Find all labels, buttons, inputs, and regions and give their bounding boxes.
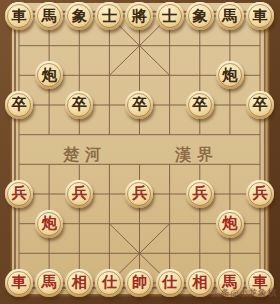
board-point[interactable] xyxy=(34,238,64,268)
board-point[interactable] xyxy=(4,149,34,179)
board-point[interactable] xyxy=(94,238,124,268)
board-point[interactable]: 卒 xyxy=(245,90,275,120)
piece-glyph: 象 xyxy=(192,8,207,23)
board-point[interactable] xyxy=(215,90,245,120)
board-point[interactable] xyxy=(185,238,215,268)
board-point[interactable]: 炮 xyxy=(215,61,245,91)
piece-glyph: 相 xyxy=(192,275,207,290)
board-point[interactable]: 士 xyxy=(155,1,185,31)
board-point[interactable] xyxy=(34,120,64,150)
red-general[interactable]: 帥 xyxy=(125,269,153,297)
board-point[interactable]: 士 xyxy=(94,1,124,31)
board-point[interactable]: 卒 xyxy=(64,90,94,120)
board-point[interactable] xyxy=(94,209,124,239)
board-point[interactable] xyxy=(215,238,245,268)
board-point[interactable]: 炮 xyxy=(34,61,64,91)
piece-glyph: 炮 xyxy=(222,216,237,231)
board-point[interactable]: 相 xyxy=(64,268,94,298)
black-elephant[interactable]: 象 xyxy=(186,2,214,30)
board-grid: 車馬象士將士象馬車炮炮卒卒卒卒卒兵兵兵兵兵炮炮車馬相仕帥仕相馬車 xyxy=(4,1,275,298)
black-soldier[interactable]: 卒 xyxy=(186,91,214,119)
board-point[interactable] xyxy=(94,120,124,150)
board-point[interactable] xyxy=(155,179,185,209)
red-soldier[interactable]: 兵 xyxy=(186,180,214,208)
board-point[interactable] xyxy=(185,31,215,61)
red-elephant[interactable]: 相 xyxy=(65,269,93,297)
board-point[interactable] xyxy=(64,31,94,61)
board-point[interactable] xyxy=(124,120,154,150)
board-point[interactable] xyxy=(64,238,94,268)
board-point[interactable]: 馬 xyxy=(34,1,64,31)
board-point[interactable] xyxy=(155,209,185,239)
piece-glyph: 象 xyxy=(72,8,87,23)
piece-glyph: 卒 xyxy=(252,97,267,112)
board-point[interactable] xyxy=(185,61,215,91)
red-soldier[interactable]: 兵 xyxy=(125,180,153,208)
black-chariot[interactable]: 車 xyxy=(5,2,33,30)
board-point[interactable]: 卒 xyxy=(4,90,34,120)
board-point[interactable]: 兵 xyxy=(245,179,275,209)
piece-glyph: 士 xyxy=(102,8,117,23)
piece-glyph: 炮 xyxy=(222,67,237,82)
piece-glyph: 馬 xyxy=(42,275,57,290)
board-point[interactable] xyxy=(155,31,185,61)
board-point[interactable]: 馬 xyxy=(34,268,64,298)
board-point[interactable] xyxy=(215,149,245,179)
board-point[interactable] xyxy=(124,238,154,268)
board-point[interactable] xyxy=(155,149,185,179)
board-point[interactable] xyxy=(64,149,94,179)
board-point[interactable] xyxy=(215,120,245,150)
black-horse[interactable]: 馬 xyxy=(216,2,244,30)
board-point[interactable] xyxy=(245,31,275,61)
black-cannon[interactable]: 炮 xyxy=(35,61,63,89)
board-point[interactable]: 仕 xyxy=(155,268,185,298)
board-point[interactable] xyxy=(4,120,34,150)
black-soldier[interactable]: 卒 xyxy=(246,91,274,119)
piece-glyph: 相 xyxy=(72,275,87,290)
black-advisor[interactable]: 士 xyxy=(95,2,123,30)
black-soldier[interactable]: 卒 xyxy=(65,91,93,119)
board-point[interactable] xyxy=(4,31,34,61)
piece-glyph: 車 xyxy=(12,275,27,290)
board-point[interactable] xyxy=(245,238,275,268)
piece-glyph: 馬 xyxy=(222,8,237,23)
board-point[interactable] xyxy=(124,61,154,91)
board-point[interactable] xyxy=(124,149,154,179)
board-point[interactable] xyxy=(34,149,64,179)
red-horse[interactable]: 馬 xyxy=(35,269,63,297)
piece-glyph: 士 xyxy=(162,8,177,23)
piece-glyph: 兵 xyxy=(132,186,147,201)
board-point[interactable] xyxy=(155,238,185,268)
board-point[interactable] xyxy=(185,149,215,179)
black-elephant[interactable]: 象 xyxy=(65,2,93,30)
board-point[interactable]: 車 xyxy=(245,1,275,31)
piece-glyph: 兵 xyxy=(12,186,27,201)
black-cannon[interactable]: 炮 xyxy=(216,61,244,89)
piece-glyph: 仕 xyxy=(102,275,117,290)
piece-glyph: 卒 xyxy=(132,97,147,112)
black-chariot[interactable]: 車 xyxy=(246,2,274,30)
red-soldier[interactable]: 兵 xyxy=(65,180,93,208)
black-soldier[interactable]: 卒 xyxy=(125,91,153,119)
board-point[interactable] xyxy=(4,209,34,239)
board-point[interactable] xyxy=(4,61,34,91)
board-point[interactable]: 炮 xyxy=(215,209,245,239)
board-point[interactable]: 帥 xyxy=(124,268,154,298)
red-soldier[interactable]: 兵 xyxy=(5,180,33,208)
black-horse[interactable]: 馬 xyxy=(35,2,63,30)
board-point[interactable] xyxy=(185,209,215,239)
board-point[interactable] xyxy=(245,61,275,91)
board-point[interactable]: 兵 xyxy=(185,179,215,209)
piece-glyph: 兵 xyxy=(192,186,207,201)
board-point[interactable] xyxy=(64,209,94,239)
red-chariot[interactable]: 車 xyxy=(5,269,33,297)
board-point[interactable] xyxy=(124,209,154,239)
board-point[interactable] xyxy=(124,31,154,61)
piece-glyph: 兵 xyxy=(72,186,87,201)
piece-glyph: 卒 xyxy=(12,97,27,112)
board-point[interactable]: 兵 xyxy=(64,179,94,209)
board-point[interactable] xyxy=(94,90,124,120)
piece-glyph: 仕 xyxy=(162,275,177,290)
black-soldier[interactable]: 卒 xyxy=(5,91,33,119)
board-point[interactable] xyxy=(64,120,94,150)
piece-glyph: 炮 xyxy=(42,216,57,231)
piece-glyph: 帥 xyxy=(132,275,147,290)
piece-glyph: 卒 xyxy=(192,97,207,112)
board-point[interactable]: 卒 xyxy=(185,90,215,120)
board-point[interactable]: 卒 xyxy=(124,90,154,120)
piece-glyph: 兵 xyxy=(252,186,267,201)
red-advisor[interactable]: 仕 xyxy=(95,269,123,297)
board-point[interactable] xyxy=(245,209,275,239)
board-point[interactable] xyxy=(245,149,275,179)
board-point[interactable]: 兵 xyxy=(4,179,34,209)
black-general[interactable]: 將 xyxy=(125,2,153,30)
piece-glyph: 車 xyxy=(12,8,27,23)
piece-glyph: 車 xyxy=(252,8,267,23)
board-point[interactable]: 車 xyxy=(4,1,34,31)
piece-glyph: 將 xyxy=(132,8,147,23)
black-advisor[interactable]: 士 xyxy=(156,2,184,30)
board-point[interactable]: 象 xyxy=(64,1,94,31)
red-advisor[interactable]: 仕 xyxy=(156,269,184,297)
board-point[interactable]: 兵 xyxy=(124,179,154,209)
board-point[interactable]: 炮 xyxy=(34,209,64,239)
board-point[interactable] xyxy=(94,179,124,209)
board-point[interactable] xyxy=(245,120,275,150)
piece-glyph: 馬 xyxy=(42,8,57,23)
red-cannon[interactable]: 炮 xyxy=(216,210,244,238)
board-point[interactable] xyxy=(185,120,215,150)
board-point[interactable] xyxy=(215,179,245,209)
board-point[interactable] xyxy=(34,31,64,61)
board-point[interactable] xyxy=(94,61,124,91)
board-point[interactable]: 將 xyxy=(124,1,154,31)
red-elephant[interactable]: 相 xyxy=(186,269,214,297)
board-point[interactable]: 車 xyxy=(4,268,34,298)
board-point[interactable]: 象 xyxy=(185,1,215,31)
board-point[interactable] xyxy=(64,61,94,91)
board-point[interactable] xyxy=(94,149,124,179)
board-point[interactable] xyxy=(155,61,185,91)
board-point[interactable] xyxy=(155,120,185,150)
board-point[interactable] xyxy=(215,31,245,61)
board-point[interactable] xyxy=(34,179,64,209)
red-cannon[interactable]: 炮 xyxy=(35,210,63,238)
red-soldier[interactable]: 兵 xyxy=(246,180,274,208)
board-point[interactable]: 馬 xyxy=(215,1,245,31)
board-point[interactable]: 仕 xyxy=(94,268,124,298)
board-point[interactable] xyxy=(4,238,34,268)
board-point[interactable] xyxy=(34,90,64,120)
piece-glyph: 炮 xyxy=(42,67,57,82)
board-point[interactable] xyxy=(94,31,124,61)
watermark: 头条@小龙象棋 xyxy=(211,287,277,300)
piece-glyph: 卒 xyxy=(72,97,87,112)
board-point[interactable] xyxy=(155,90,185,120)
xiangqi-board: 楚河 漢界 車馬象士將士象馬車炮炮卒卒卒卒卒兵兵兵兵兵炮炮車馬相仕帥仕相馬車 头… xyxy=(0,0,280,304)
